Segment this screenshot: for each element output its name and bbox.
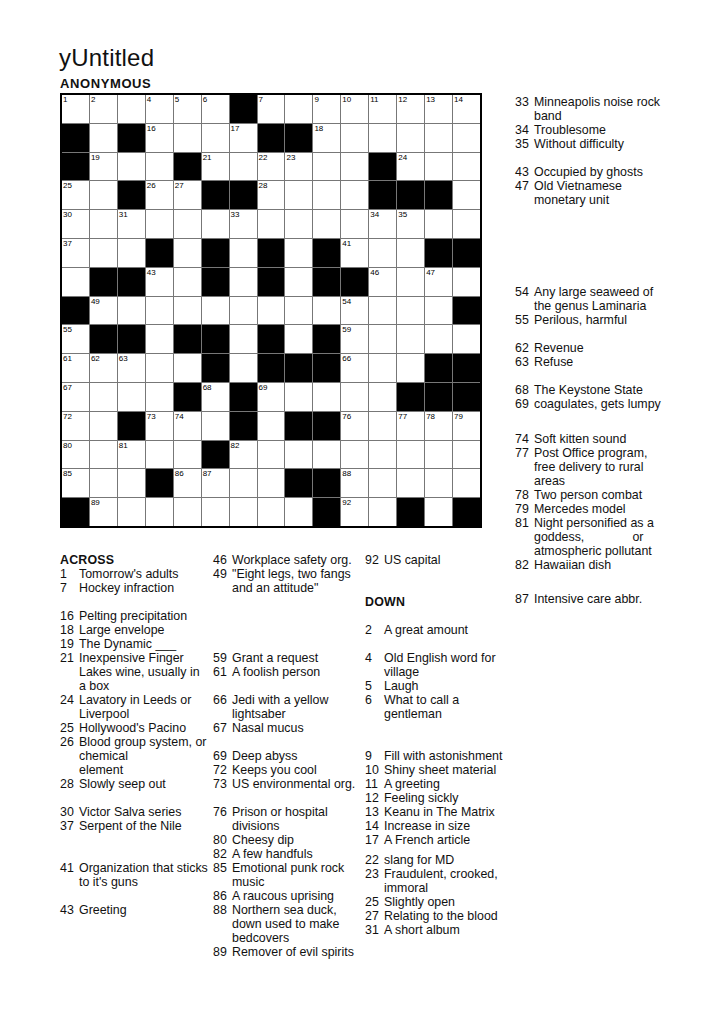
grid-cell-r2c15[interactable]	[453, 124, 480, 152]
clue-23: 23Fraudulent, crooked, immoral	[365, 867, 515, 895]
clue-number: 12	[365, 791, 384, 805]
grid-cell-r3c15[interactable]	[453, 153, 480, 181]
grid-cell-r10c5[interactable]	[174, 354, 201, 382]
grid-cell-r5c11[interactable]	[341, 210, 368, 238]
grid-cell-r5c8[interactable]	[258, 210, 285, 238]
grid-cell-r12c15[interactable]: 79	[453, 412, 480, 440]
grid-cell-r11c10[interactable]	[313, 383, 340, 411]
grid-cell-r13c9[interactable]	[285, 441, 312, 469]
grid-cell-r7c3	[118, 268, 145, 296]
grid-cell-r14c12[interactable]	[369, 469, 396, 497]
grid-cell-r2c12[interactable]	[369, 124, 396, 152]
grid-cell-r12c13[interactable]: 77	[397, 412, 424, 440]
grid-cell-r14c15[interactable]	[453, 469, 480, 497]
grid-cell-r3c11[interactable]	[341, 153, 368, 181]
clue-gap	[515, 411, 717, 432]
grid-cell-r9c1[interactable]: 55	[62, 325, 89, 353]
crossword-grid[interactable]: 1245679101112131416171819212223242526272…	[60, 93, 482, 528]
clue-text: Serpent of the Nile	[79, 819, 212, 833]
grid-cell-r1c11[interactable]: 10	[341, 95, 368, 123]
grid-cell-r15c2[interactable]: 89	[90, 498, 117, 526]
grid-cell-r10c2[interactable]: 62	[90, 354, 117, 382]
grid-cell-r5c6[interactable]	[202, 210, 229, 238]
grid-cell-r13c1[interactable]: 80	[62, 441, 89, 469]
grid-cell-r9c12[interactable]	[369, 325, 396, 353]
clue-text: Greeting	[79, 903, 212, 917]
grid-cell-r1c13[interactable]: 12	[397, 95, 424, 123]
clue-77: 77Post Office program, free delivery to …	[515, 446, 717, 488]
grid-cell-r4c14	[425, 181, 452, 209]
grid-cell-r6c12[interactable]	[369, 239, 396, 267]
grid-cell-r9c14[interactable]	[425, 325, 452, 353]
grid-cell-r7c14[interactable]: 47	[425, 268, 452, 296]
grid-cell-r3c13[interactable]: 24	[397, 153, 424, 181]
grid-cell-r11c9[interactable]	[285, 383, 312, 411]
clue-text: Minneapolis noise rock band	[534, 95, 717, 123]
grid-cell-r8c14[interactable]	[425, 297, 452, 325]
grid-cell-r6c14	[425, 239, 452, 267]
grid-cell-r15c14[interactable]	[425, 498, 452, 526]
grid-cell-r14c13[interactable]	[397, 469, 424, 497]
grid-cell-r3c12	[369, 153, 396, 181]
grid-cell-r5c7[interactable]: 33	[230, 210, 257, 238]
clue-30: 30Victor Salva series	[60, 805, 212, 819]
grid-cell-r9c11[interactable]: 59	[341, 325, 368, 353]
clue-16: 16Pelting precipitation	[60, 609, 212, 623]
grid-cell-r3c14[interactable]	[425, 153, 452, 181]
cell-number: 86	[175, 469, 184, 479]
grid-cell-r15c5[interactable]	[174, 498, 201, 526]
clue-gap	[60, 833, 212, 861]
clue-85: 85Emotional punk rock music	[213, 861, 365, 889]
clue-number: 66	[213, 693, 232, 707]
grid-cell-r15c12[interactable]	[369, 498, 396, 526]
grid-cell-r2c7[interactable]: 17	[230, 124, 257, 152]
grid-cell-r15c9[interactable]	[285, 498, 312, 526]
clue-67: 67Nasal mucus	[213, 721, 365, 735]
grid-cell-r7c13[interactable]	[397, 268, 424, 296]
grid-cell-r14c5[interactable]: 86	[174, 469, 201, 497]
cell-number: 54	[342, 297, 351, 307]
clue-6: 6What to call a gentleman	[365, 693, 515, 721]
clue-41: 41Organization that sticks to it's guns	[60, 861, 212, 889]
clue-number: 4	[365, 651, 384, 665]
grid-cell-r8c13[interactable]	[397, 297, 424, 325]
grid-cell-r2c5[interactable]	[174, 124, 201, 152]
grid-cell-r13c5[interactable]	[174, 441, 201, 469]
clue-31: 31A short album	[365, 923, 515, 937]
cell-number: 41	[342, 239, 351, 249]
clue-5: 5Laugh	[365, 679, 515, 693]
grid-cell-r1c5[interactable]: 5	[174, 95, 201, 123]
grid-cell-r5c15[interactable]	[453, 210, 480, 238]
grid-cell-r10c1[interactable]: 61	[62, 354, 89, 382]
grid-cell-r7c9[interactable]	[285, 268, 312, 296]
grid-cell-r5c2[interactable]	[90, 210, 117, 238]
cell-number: 1	[63, 95, 67, 105]
grid-cell-r13c7[interactable]: 82	[230, 441, 257, 469]
grid-cell-r13c3[interactable]: 81	[118, 441, 145, 469]
clue-number: 87	[515, 592, 534, 606]
grid-cell-r14c10	[313, 469, 340, 497]
grid-cell-r9c10	[313, 325, 340, 353]
clue-number: 62	[515, 341, 534, 355]
grid-cell-r15c8[interactable]	[258, 498, 285, 526]
grid-cell-r8c5[interactable]	[174, 297, 201, 325]
clue-text: Refuse	[534, 355, 717, 369]
grid-cell-r3c3[interactable]	[118, 153, 145, 181]
grid-cell-r8c6[interactable]	[202, 297, 229, 325]
grid-cell-r14c7[interactable]	[230, 469, 257, 497]
clue-gap	[515, 327, 717, 341]
grid-cell-r3c4[interactable]	[146, 153, 173, 181]
clue-text: Old Vietnamese monetary unit	[534, 179, 717, 207]
grid-cell-r4c6	[202, 181, 229, 209]
cell-number: 23	[286, 153, 295, 163]
grid-cell-r5c5[interactable]	[174, 210, 201, 238]
grid-cell-r1c4[interactable]: 4	[146, 95, 173, 123]
grid-cell-r7c7[interactable]	[230, 268, 257, 296]
clue-number: 14	[365, 819, 384, 833]
clue-text: Relating to the blood	[384, 909, 515, 923]
clue-text: Shiny sheet material	[384, 763, 515, 777]
grid-cell-r8c3[interactable]	[118, 297, 145, 325]
cell-number: 5	[175, 95, 179, 105]
grid-cell-r1c9[interactable]	[285, 95, 312, 123]
grid-cell-r2c8	[258, 124, 285, 152]
grid-cell-r13c12[interactable]	[369, 441, 396, 469]
grid-cell-r15c4[interactable]	[146, 498, 173, 526]
cell-number: 74	[175, 412, 184, 422]
clue-number: 88	[213, 903, 232, 917]
clue-column-down: 92US capitalDOWN2A great amount4Old Engl…	[365, 553, 515, 937]
grid-cell-r9c13[interactable]	[397, 325, 424, 353]
grid-cell-r5c4[interactable]	[146, 210, 173, 238]
grid-cell-r7c5[interactable]	[174, 268, 201, 296]
grid-cell-r11c6[interactable]: 68	[202, 383, 229, 411]
grid-cell-r2c4[interactable]: 16	[146, 124, 173, 152]
clue-text: A French article	[384, 833, 515, 847]
cell-number: 27	[175, 181, 184, 191]
grid-cell-r12c2[interactable]	[90, 412, 117, 440]
grid-cell-r12c11[interactable]: 76	[341, 412, 368, 440]
clue-number: 25	[365, 895, 384, 909]
grid-cell-r9c7[interactable]	[230, 325, 257, 353]
grid-cell-r4c8[interactable]: 28	[258, 181, 285, 209]
grid-cell-r10c13[interactable]	[397, 354, 424, 382]
grid-cell-r13c13[interactable]	[397, 441, 424, 469]
grid-cell-r9c4[interactable]	[146, 325, 173, 353]
grid-cell-r13c8[interactable]	[258, 441, 285, 469]
grid-cell-r15c3[interactable]	[118, 498, 145, 526]
grid-cell-r15c7[interactable]	[230, 498, 257, 526]
clue-number: 80	[213, 833, 232, 847]
grid-cell-r12c12[interactable]	[369, 412, 396, 440]
grid-cell-r10c4[interactable]	[146, 354, 173, 382]
grid-cell-r11c4[interactable]	[146, 383, 173, 411]
clue-24: 24Lavatory in Leeds or Liverpool	[60, 693, 212, 721]
clue-list-header: ACROSS	[60, 553, 212, 567]
grid-cell-r14c14[interactable]	[425, 469, 452, 497]
grid-cell-r11c1[interactable]: 67	[62, 383, 89, 411]
grid-cell-r3c5	[174, 153, 201, 181]
cell-number: 72	[63, 412, 72, 422]
cell-number: 85	[63, 469, 72, 479]
grid-cell-r9c9[interactable]	[285, 325, 312, 353]
grid-cell-r5c12[interactable]: 34	[369, 210, 396, 238]
grid-cell-r2c13[interactable]	[397, 124, 424, 152]
grid-cell-r2c14[interactable]	[425, 124, 452, 152]
cell-number: 13	[426, 95, 435, 105]
clue-text: Emotional punk rock music	[232, 861, 365, 889]
clue-49: 49"Eight legs, two fangs and an attitude…	[213, 567, 365, 595]
grid-cell-r12c5[interactable]: 74	[174, 412, 201, 440]
grid-cell-r6c5[interactable]	[174, 239, 201, 267]
clue-80: 80Cheesy dip	[213, 833, 365, 847]
grid-cell-r11c11[interactable]	[341, 383, 368, 411]
clue-73: 73US environmental org.	[213, 777, 365, 791]
grid-cell-r6c7[interactable]	[230, 239, 257, 267]
grid-cell-r7c4[interactable]: 43	[146, 268, 173, 296]
grid-cell-r15c6[interactable]	[202, 498, 229, 526]
clue-number: 61	[213, 665, 232, 679]
clue-number: 63	[515, 355, 534, 369]
cell-number: 30	[63, 210, 72, 220]
grid-cell-r6c3[interactable]	[118, 239, 145, 267]
grid-cell-r8c12[interactable]	[369, 297, 396, 325]
grid-cell-r13c14[interactable]	[425, 441, 452, 469]
grid-cell-r5c14[interactable]	[425, 210, 452, 238]
grid-cell-r8c8[interactable]	[258, 297, 285, 325]
clue-text: US capital	[384, 553, 515, 567]
grid-cell-r14c2[interactable]	[90, 469, 117, 497]
grid-cell-r1c3[interactable]	[118, 95, 145, 123]
clue-number: 27	[365, 909, 384, 923]
grid-cell-r4c13	[397, 181, 424, 209]
grid-cell-r10c3[interactable]: 63	[118, 354, 145, 382]
grid-cell-r4c4[interactable]: 26	[146, 181, 173, 209]
grid-cell-r8c10[interactable]	[313, 297, 340, 325]
grid-cell-r3c8[interactable]: 22	[258, 153, 285, 181]
grid-cell-r11c12[interactable]	[369, 383, 396, 411]
grid-cell-r9c3	[118, 325, 145, 353]
clue-text: Lavatory in Leeds or Liverpool	[79, 693, 212, 721]
cell-number: 6	[203, 95, 207, 105]
clue-1: 1Tomorrow's adults	[60, 567, 212, 581]
clue-21: 21Inexpensive Finger Lakes wine, usually…	[60, 651, 212, 693]
clue-gap	[60, 791, 212, 805]
clue-35: 35Without difficulty	[515, 137, 717, 151]
grid-cell-r1c15[interactable]: 14	[453, 95, 480, 123]
clue-text: Perilous, harmful	[534, 313, 717, 327]
grid-cell-r14c8[interactable]	[258, 469, 285, 497]
grid-cell-r12c4[interactable]: 73	[146, 412, 173, 440]
grid-cell-r10c12[interactable]	[369, 354, 396, 382]
grid-cell-r6c11[interactable]: 41	[341, 239, 368, 267]
grid-cell-r3c10[interactable]	[313, 153, 340, 181]
grid-cell-r10c7[interactable]	[230, 354, 257, 382]
clue-text: A raucous uprising	[232, 889, 365, 903]
grid-cell-r7c12[interactable]: 46	[369, 268, 396, 296]
grid-cell-r11c15	[453, 383, 480, 411]
clue-88: 88Northern sea duck, down used to make b…	[213, 903, 365, 945]
grid-cell-r13c4[interactable]	[146, 441, 173, 469]
clue-text: Workplace safety org.	[232, 553, 365, 567]
clue-text: Slowly seep out	[79, 777, 212, 791]
clue-number: 78	[515, 488, 534, 502]
grid-cell-r13c10[interactable]	[313, 441, 340, 469]
grid-cell-r6c9[interactable]	[285, 239, 312, 267]
clue-55: 55Perilous, harmful	[515, 313, 717, 327]
grid-cell-r12c14[interactable]: 78	[425, 412, 452, 440]
grid-cell-r8c7[interactable]	[230, 297, 257, 325]
clue-gap	[515, 207, 717, 285]
grid-cell-r8c11[interactable]: 54	[341, 297, 368, 325]
clue-number: 47	[515, 179, 534, 193]
grid-cell-r13c11[interactable]	[341, 441, 368, 469]
cell-number: 18	[314, 124, 323, 134]
clue-92: 92US capital	[365, 553, 515, 567]
clue-number: 85	[213, 861, 232, 875]
grid-cell-r5c9[interactable]	[285, 210, 312, 238]
clue-text: coagulates, gets lumpy	[534, 397, 717, 411]
grid-cell-r11c3[interactable]	[118, 383, 145, 411]
grid-cell-r11c2[interactable]	[90, 383, 117, 411]
clue-text: Inexpensive Finger Lakes wine, usually i…	[79, 651, 212, 693]
grid-cell-r15c11[interactable]: 92	[341, 498, 368, 526]
clue-81: 81Night personified as a goddess, or atm…	[515, 516, 717, 558]
grid-cell-r7c6	[202, 268, 229, 296]
clue-number: 1	[60, 567, 79, 581]
clue-86: 86A raucous uprising	[213, 889, 365, 903]
grid-cell-r2c10[interactable]: 18	[313, 124, 340, 152]
clue-number: 6	[365, 693, 384, 707]
grid-cell-r1c14[interactable]: 13	[425, 95, 452, 123]
clue-number: 49	[213, 567, 232, 581]
clue-number: 37	[60, 819, 79, 833]
cell-number: 16	[147, 124, 156, 134]
clue-text: Deep abyss	[232, 749, 365, 763]
grid-cell-r4c2[interactable]	[90, 181, 117, 209]
grid-cell-r1c12[interactable]: 11	[369, 95, 396, 123]
clue-text: The Keystone State	[534, 383, 717, 397]
grid-cell-r3c2[interactable]: 19	[90, 153, 117, 181]
clue-number: 25	[60, 721, 79, 735]
grid-cell-r1c1[interactable]: 1	[62, 95, 89, 123]
grid-cell-r15c10	[313, 498, 340, 526]
grid-cell-r14c4	[146, 469, 173, 497]
grid-cell-r11c8[interactable]: 69	[258, 383, 285, 411]
grid-cell-r4c11[interactable]	[341, 181, 368, 209]
grid-cell-r12c8[interactable]	[258, 412, 285, 440]
grid-cell-r8c4[interactable]	[146, 297, 173, 325]
grid-cell-r2c2[interactable]	[90, 124, 117, 152]
clue-text: Occupied by ghosts	[534, 165, 717, 179]
clue-text: Remover of evil spirits	[232, 945, 365, 959]
clue-number: 92	[365, 553, 384, 567]
clue-text: The Dynamic ___	[79, 637, 212, 651]
grid-cell-r14c6[interactable]: 87	[202, 469, 229, 497]
clue-gap	[365, 609, 515, 623]
grid-cell-r2c9	[285, 124, 312, 152]
grid-cell-r12c6[interactable]	[202, 412, 229, 440]
grid-cell-r10c11[interactable]: 66	[341, 354, 368, 382]
grid-cell-r4c9[interactable]	[285, 181, 312, 209]
clue-47: 47Old Vietnamese monetary unit	[515, 179, 717, 207]
grid-cell-r1c10[interactable]: 9	[313, 95, 340, 123]
crossword-page: yUntitled ANONYMOUS 12456791011121314161…	[0, 0, 724, 1024]
grid-cell-r3c7[interactable]	[230, 153, 257, 181]
grid-cell-r5c13[interactable]: 35	[397, 210, 424, 238]
grid-cell-r9c5	[174, 325, 201, 353]
clue-number: 79	[515, 502, 534, 516]
grid-cell-r8c2[interactable]: 49	[90, 297, 117, 325]
cell-number: 61	[63, 354, 72, 364]
grid-cell-r4c10[interactable]	[313, 181, 340, 209]
grid-cell-r1c8[interactable]: 7	[258, 95, 285, 123]
grid-cell-r9c15[interactable]	[453, 325, 480, 353]
grid-cell-r3c6[interactable]: 21	[202, 153, 229, 181]
grid-cell-r1c6[interactable]: 6	[202, 95, 229, 123]
cell-number: 87	[203, 469, 212, 479]
grid-cell-r4c5[interactable]: 27	[174, 181, 201, 209]
grid-cell-r13c15[interactable]	[453, 441, 480, 469]
clue-number: 18	[60, 623, 79, 637]
grid-cell-r7c15[interactable]	[453, 268, 480, 296]
grid-cell-r14c1[interactable]: 85	[62, 469, 89, 497]
clue-text: "Eight legs, two fangs and an attitude"	[232, 567, 365, 595]
grid-cell-r6c13[interactable]	[397, 239, 424, 267]
grid-cell-r14c11[interactable]: 88	[341, 469, 368, 497]
grid-cell-r7c10	[313, 268, 340, 296]
clue-59: 59Grant a request	[213, 651, 365, 665]
clue-text: Without difficulty	[534, 137, 717, 151]
grid-cell-r2c11[interactable]	[341, 124, 368, 152]
grid-cell-r13c2[interactable]	[90, 441, 117, 469]
clue-column-right: 33Minneapolis noise rock band34Troubleso…	[515, 95, 717, 606]
grid-cell-r3c9[interactable]: 23	[285, 153, 312, 181]
cell-number: 9	[314, 95, 318, 105]
clue-text: Grant a request	[232, 651, 365, 665]
grid-cell-r4c15[interactable]	[453, 181, 480, 209]
grid-cell-r11c14	[425, 383, 452, 411]
grid-cell-r5c10[interactable]	[313, 210, 340, 238]
clue-number: 24	[60, 693, 79, 707]
grid-cell-r8c9[interactable]	[285, 297, 312, 325]
grid-cell-r6c2[interactable]	[90, 239, 117, 267]
grid-cell-r4c1[interactable]: 25	[62, 181, 89, 209]
grid-cell-r5c3[interactable]: 31	[118, 210, 145, 238]
grid-cell-r5c1[interactable]: 30	[62, 210, 89, 238]
grid-cell-r12c1[interactable]: 72	[62, 412, 89, 440]
cell-number: 92	[342, 498, 351, 508]
clue-89: 89Remover of evil spirits	[213, 945, 365, 959]
clue-text: Laugh	[384, 679, 515, 693]
clue-gap	[365, 721, 515, 749]
cell-number: 2	[91, 95, 95, 105]
grid-cell-r1c2[interactable]: 2	[90, 95, 117, 123]
grid-cell-r6c1[interactable]: 37	[62, 239, 89, 267]
grid-cell-r14c9	[285, 469, 312, 497]
grid-cell-r12c7	[230, 412, 257, 440]
cell-number: 62	[91, 354, 100, 364]
clue-28: 28Slowly seep out	[60, 777, 212, 791]
grid-cell-r2c6[interactable]	[202, 124, 229, 152]
grid-cell-r7c1[interactable]	[62, 268, 89, 296]
clue-gap	[213, 595, 365, 651]
cell-number: 79	[454, 412, 463, 422]
grid-cell-r14c3[interactable]	[118, 469, 145, 497]
